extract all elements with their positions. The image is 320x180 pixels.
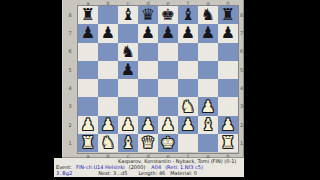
rank-label-3: 3: [64, 98, 76, 116]
rank-label-7: 7: [64, 24, 76, 42]
square-b1[interactable]: ♞: [98, 134, 118, 152]
rank-label-5: 5: [64, 61, 76, 79]
rank-label-3: 3: [239, 98, 244, 116]
black-knight: ♞: [118, 43, 138, 61]
square-g5[interactable]: [198, 61, 218, 79]
white-bishop: ♝: [198, 116, 218, 134]
square-a2[interactable]: ♟: [78, 116, 98, 134]
square-e1[interactable]: ♚: [158, 134, 178, 152]
square-b2[interactable]: ♟: [98, 116, 118, 134]
white-pawn: ♟: [118, 116, 138, 134]
square-f1[interactable]: [178, 134, 198, 152]
white-pawn: ♟: [198, 97, 218, 115]
rank-label-5: 5: [239, 61, 244, 79]
square-a5[interactable]: [78, 61, 98, 79]
square-c7[interactable]: [118, 24, 138, 42]
square-d3[interactable]: [138, 97, 158, 115]
square-h7[interactable]: ♟: [218, 24, 238, 42]
square-c2[interactable]: ♟: [118, 116, 138, 134]
black-king: ♚: [158, 6, 178, 24]
square-h3[interactable]: [218, 97, 238, 115]
video-frame: { "game": "chess", "position": { "fen": …: [0, 0, 320, 180]
next-move: Next: 3...d5: [98, 170, 127, 176]
white-king: ♚: [158, 134, 178, 152]
square-d1[interactable]: ♛: [138, 134, 158, 152]
rank-labels-right: 87654321: [239, 6, 244, 153]
material-balance: Material: 0: [170, 170, 197, 176]
black-knight: ♞: [198, 6, 218, 24]
black-pawn: ♟: [78, 24, 98, 42]
square-f4[interactable]: [178, 79, 198, 97]
square-c3[interactable]: [118, 97, 138, 115]
square-c6[interactable]: ♞: [118, 43, 138, 61]
black-rook: ♜: [218, 6, 238, 24]
black-pawn: ♟: [218, 24, 238, 42]
white-knight: ♞: [98, 134, 118, 152]
square-g4[interactable]: [198, 79, 218, 97]
white-pawn: ♟: [138, 116, 158, 134]
rank-labels-left: 87654321: [64, 6, 76, 153]
white-pawn: ♟: [98, 116, 118, 134]
game-length: Length: 46: [138, 170, 165, 176]
square-c8[interactable]: ♝: [118, 6, 138, 24]
rank-label-7: 7: [239, 24, 244, 42]
rank-label-4: 4: [64, 79, 76, 97]
square-h6[interactable]: [218, 43, 238, 61]
square-e8[interactable]: ♚: [158, 6, 178, 24]
square-b7[interactable]: ♟: [98, 24, 118, 42]
square-g6[interactable]: [198, 43, 218, 61]
square-d7[interactable]: ♟: [138, 24, 158, 42]
square-b5[interactable]: [98, 61, 118, 79]
square-b4[interactable]: [98, 79, 118, 97]
black-rook: ♜: [78, 6, 98, 24]
square-f8[interactable]: ♝: [178, 6, 198, 24]
square-h2[interactable]: ♟: [218, 116, 238, 134]
square-b6[interactable]: [98, 43, 118, 61]
square-b8[interactable]: [98, 6, 118, 24]
square-h1[interactable]: ♜: [218, 134, 238, 152]
black-queen: ♛: [138, 6, 158, 24]
square-a6[interactable]: [78, 43, 98, 61]
square-c1[interactable]: ♝: [118, 134, 138, 152]
rank-label-4: 4: [239, 79, 244, 97]
square-c5[interactable]: ♟: [118, 61, 138, 79]
square-f5[interactable]: [178, 61, 198, 79]
status-line: 3. Bg2Next: 3...d5Length: 46Material: 0: [54, 170, 244, 176]
white-pawn: ♟: [218, 116, 238, 134]
square-h8[interactable]: ♜: [218, 6, 238, 24]
rank-label-8: 8: [64, 6, 76, 24]
white-queen: ♛: [138, 134, 158, 152]
square-a4[interactable]: [78, 79, 98, 97]
black-pawn: ♟: [138, 24, 158, 42]
game-info-caption: Kasparov, Konstantin - Nyback, Tomi (FIN…: [54, 158, 244, 177]
square-d2[interactable]: ♟: [138, 116, 158, 134]
square-e3[interactable]: [158, 97, 178, 115]
rank-label-2: 2: [64, 116, 76, 134]
rank-label-6: 6: [239, 43, 244, 61]
square-a7[interactable]: ♟: [78, 24, 98, 42]
black-bishop: ♝: [178, 6, 198, 24]
rank-label-2: 2: [239, 116, 244, 134]
white-knight: ♞: [178, 97, 198, 115]
rank-label-1: 1: [64, 134, 76, 152]
square-h5[interactable]: [218, 61, 238, 79]
black-bishop: ♝: [118, 6, 138, 24]
black-pawn: ♟: [158, 24, 178, 42]
chessboard-frame: abcdefgh abcdefgh 87654321 87654321 ♜♝♛♚…: [62, 0, 244, 158]
black-pawn: ♟: [178, 24, 198, 42]
square-f6[interactable]: [178, 43, 198, 61]
square-d8[interactable]: ♛: [138, 6, 158, 24]
square-g1[interactable]: [198, 134, 218, 152]
square-e5[interactable]: [158, 61, 178, 79]
square-f2[interactable]: ♟: [178, 116, 198, 134]
move-played: 3. Bg2: [56, 170, 72, 176]
square-g8[interactable]: ♞: [198, 6, 218, 24]
white-pawn: ♟: [178, 116, 198, 134]
square-f7[interactable]: ♟: [178, 24, 198, 42]
square-a3[interactable]: [78, 97, 98, 115]
square-g7[interactable]: ♟: [198, 24, 218, 42]
rank-label-6: 6: [64, 43, 76, 61]
white-pawn: ♟: [78, 116, 98, 134]
square-e2[interactable]: ♟: [158, 116, 178, 134]
square-g2[interactable]: ♝: [198, 116, 218, 134]
square-a1[interactable]: ♜: [78, 134, 98, 152]
rank-label-1: 1: [239, 134, 244, 152]
square-e6[interactable]: [158, 43, 178, 61]
square-e4[interactable]: [158, 79, 178, 97]
square-d6[interactable]: [138, 43, 158, 61]
square-g3[interactable]: ♟: [198, 97, 218, 115]
white-rook: ♜: [78, 134, 98, 152]
white-pawn: ♟: [158, 116, 178, 134]
square-e7[interactable]: ♟: [158, 24, 178, 42]
board-grid: ♜♝♛♚♝♞♜♟♟♟♟♟♟♟♞♟♞♟♟♟♟♟♟♟♝♟♜♞♝♛♚♜: [78, 6, 238, 153]
square-c4[interactable]: [118, 79, 138, 97]
black-pawn: ♟: [98, 24, 118, 42]
rank-label-8: 8: [239, 6, 244, 24]
square-f3[interactable]: ♞: [178, 97, 198, 115]
white-bishop: ♝: [118, 134, 138, 152]
white-rook: ♜: [218, 134, 238, 152]
square-d5[interactable]: [138, 61, 158, 79]
black-pawn: ♟: [118, 61, 138, 79]
square-a8[interactable]: ♜: [78, 6, 98, 24]
square-h4[interactable]: [218, 79, 238, 97]
square-d4[interactable]: [138, 79, 158, 97]
black-pawn: ♟: [198, 24, 218, 42]
square-b3[interactable]: [98, 97, 118, 115]
